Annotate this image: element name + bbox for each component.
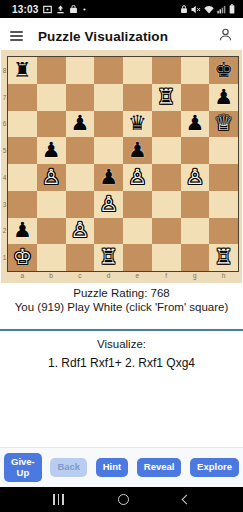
white-king: ♔ <box>13 247 32 268</box>
square-f3[interactable] <box>152 191 181 218</box>
square-a4[interactable] <box>8 164 37 191</box>
home-icon[interactable] <box>118 494 129 505</box>
square-d3[interactable]: ♙ <box>94 191 123 218</box>
square-c7[interactable] <box>66 84 95 111</box>
square-g4[interactable]: ♙ <box>181 164 210 191</box>
square-g1[interactable] <box>181 244 210 271</box>
hamburger-menu-icon[interactable] <box>10 31 23 41</box>
signal-icon <box>217 5 226 14</box>
square-d8[interactable] <box>94 57 123 84</box>
square-b8[interactable] <box>37 57 66 84</box>
square-b1[interactable] <box>37 244 66 271</box>
square-c4[interactable] <box>66 164 95 191</box>
black-rook: ♜ <box>13 60 32 81</box>
white-pawn: ♙ <box>42 167 61 188</box>
square-a2[interactable]: ♟ <box>8 218 37 245</box>
square-e3[interactable] <box>123 191 152 218</box>
black-pawn: ♟ <box>128 140 147 161</box>
black-pawn: ♟ <box>42 140 61 161</box>
clock: 13:03 <box>8 4 39 15</box>
upload-icon <box>56 5 65 14</box>
explore-button[interactable]: Explore <box>190 458 239 477</box>
file-labels: abcdefgh <box>8 272 238 283</box>
action-bar: Give- Up Back Hint Reveal Explore <box>0 447 243 487</box>
square-c6[interactable]: ♟ <box>66 111 95 138</box>
person-icon[interactable] <box>218 27 233 46</box>
white-pawn: ♙ <box>70 220 89 241</box>
square-f7[interactable]: ♖ <box>152 84 181 111</box>
square-a7[interactable] <box>8 84 37 111</box>
square-f5[interactable] <box>152 137 181 164</box>
square-h7[interactable]: ♟ <box>209 84 238 111</box>
give-up-button[interactable]: Give- Up <box>4 453 42 483</box>
square-b7[interactable] <box>37 84 66 111</box>
square-c2[interactable]: ♙ <box>66 218 95 245</box>
square-f8[interactable] <box>152 57 181 84</box>
square-g6[interactable]: ♟ <box>181 111 210 138</box>
reveal-button[interactable]: Reveal <box>137 458 182 477</box>
square-h6[interactable]: ♕ <box>209 111 238 138</box>
square-f6[interactable] <box>152 111 181 138</box>
square-c3[interactable] <box>66 191 95 218</box>
square-a8[interactable]: ♜ <box>8 57 37 84</box>
file-label-h: h <box>209 272 238 283</box>
square-f1[interactable] <box>152 244 181 271</box>
back-button[interactable]: Back <box>50 458 87 477</box>
square-b2[interactable] <box>37 218 66 245</box>
square-d2[interactable] <box>94 218 123 245</box>
file-label-c: c <box>66 272 95 283</box>
square-b3[interactable] <box>37 191 66 218</box>
square-g7[interactable] <box>181 84 210 111</box>
white-pawn: ♙ <box>128 167 147 188</box>
file-label-a: a <box>8 272 37 283</box>
file-label-f: f <box>152 272 181 283</box>
battery-saver-icon <box>180 5 188 14</box>
black-pawn: ♟ <box>13 220 32 241</box>
square-d4[interactable]: ♟ <box>94 164 123 191</box>
square-e5[interactable]: ♟ <box>123 137 152 164</box>
page-title: Puzzle Visualization <box>38 29 168 44</box>
square-g2[interactable] <box>181 218 210 245</box>
chess-board: ♜♚♖♟♟♛♟♕♟♟♙♟♙♙♙♟♙♔♖♖ <box>7 56 239 272</box>
puzzle-rating: Puzzle Rating: 768 <box>0 287 243 299</box>
white-pawn: ♙ <box>99 194 118 215</box>
square-g5[interactable] <box>181 137 210 164</box>
square-e1[interactable] <box>123 244 152 271</box>
white-rook: ♖ <box>157 87 176 108</box>
square-a6[interactable] <box>8 111 37 138</box>
white-queen: ♕ <box>214 113 233 134</box>
hint-button[interactable]: Hint <box>96 458 128 477</box>
file-label-b: b <box>37 272 66 283</box>
file-label-g: g <box>181 272 210 283</box>
black-pawn: ♟ <box>185 113 204 134</box>
square-d5[interactable] <box>94 137 123 164</box>
board-frame: 87654321 ♜♚♖♟♟♛♟♕♟♟♙♟♙♙♙♟♙♔♖♖ abcdefgh <box>1 50 242 283</box>
square-e6[interactable]: ♛ <box>123 111 152 138</box>
visualize-heading: Visualize: <box>0 338 243 350</box>
black-queen: ♛ <box>128 113 147 134</box>
square-f4[interactable] <box>152 164 181 191</box>
file-label-e: e <box>123 272 152 283</box>
white-rook: ♖ <box>214 247 233 268</box>
black-king: ♚ <box>214 60 233 81</box>
section-divider <box>0 329 243 331</box>
status-bar: 13:03 <box>0 0 243 18</box>
square-d7[interactable] <box>94 84 123 111</box>
battery-icon <box>229 4 235 14</box>
square-e7[interactable] <box>123 84 152 111</box>
recent-apps-icon[interactable] <box>53 494 63 505</box>
file-label-d: d <box>94 272 123 283</box>
black-pawn: ♟ <box>70 113 89 134</box>
black-pawn: ♟ <box>99 167 118 188</box>
square-b5[interactable]: ♟ <box>37 137 66 164</box>
square-f2[interactable] <box>152 218 181 245</box>
square-h2[interactable] <box>209 218 238 245</box>
square-d1[interactable]: ♖ <box>94 244 123 271</box>
square-h4[interactable] <box>209 164 238 191</box>
square-c1[interactable] <box>66 244 95 271</box>
white-pawn: ♙ <box>185 167 204 188</box>
square-h1[interactable]: ♖ <box>209 244 238 271</box>
white-rook: ♖ <box>99 247 118 268</box>
dot-icon <box>82 7 87 12</box>
visualize-moves: 1. Rdf1 Rxf1+ 2. Rxf1 Qxg4 <box>0 356 243 370</box>
mute-icon <box>191 5 201 14</box>
square-a1[interactable]: ♔ <box>8 244 37 271</box>
bag-icon <box>69 5 78 14</box>
wifi-icon <box>204 5 214 14</box>
android-nav-bar <box>0 487 243 512</box>
square-g3[interactable] <box>181 191 210 218</box>
square-a3[interactable] <box>8 191 37 218</box>
turn-prompt: You (919) Play White (click 'From' squar… <box>0 301 243 313</box>
square-d6[interactable] <box>94 111 123 138</box>
square-h8[interactable]: ♚ <box>209 57 238 84</box>
back-icon[interactable] <box>181 495 191 505</box>
square-e8[interactable] <box>123 57 152 84</box>
square-c8[interactable] <box>66 57 95 84</box>
square-b4[interactable]: ♙ <box>37 164 66 191</box>
screenshot-icon <box>43 5 52 14</box>
square-h3[interactable] <box>209 191 238 218</box>
square-e4[interactable]: ♙ <box>123 164 152 191</box>
square-a5[interactable] <box>8 137 37 164</box>
square-h5[interactable] <box>209 137 238 164</box>
app-bar: Puzzle Visualization <box>0 18 243 54</box>
square-b6[interactable] <box>37 111 66 138</box>
square-e2[interactable] <box>123 218 152 245</box>
square-c5[interactable] <box>66 137 95 164</box>
square-g8[interactable] <box>181 57 210 84</box>
black-pawn: ♟ <box>214 87 233 108</box>
